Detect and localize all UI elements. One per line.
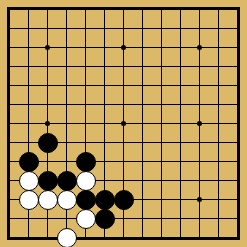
black-stone [38, 171, 58, 191]
white-stone [19, 190, 39, 210]
black-stone [95, 209, 115, 229]
black-stone [19, 152, 39, 172]
board-grid[interactable] [0, 0, 247, 247]
white-stone [76, 209, 96, 229]
black-stone [76, 152, 96, 172]
black-stone [76, 190, 96, 210]
white-stone [57, 190, 77, 210]
white-stone [19, 171, 39, 191]
go-board-diagram [0, 0, 247, 247]
black-stone [95, 190, 115, 210]
black-stone [114, 190, 134, 210]
black-stone [57, 171, 77, 191]
white-stone [76, 171, 96, 191]
white-stone [57, 228, 77, 247]
black-stone [38, 133, 58, 153]
white-stone [38, 190, 58, 210]
